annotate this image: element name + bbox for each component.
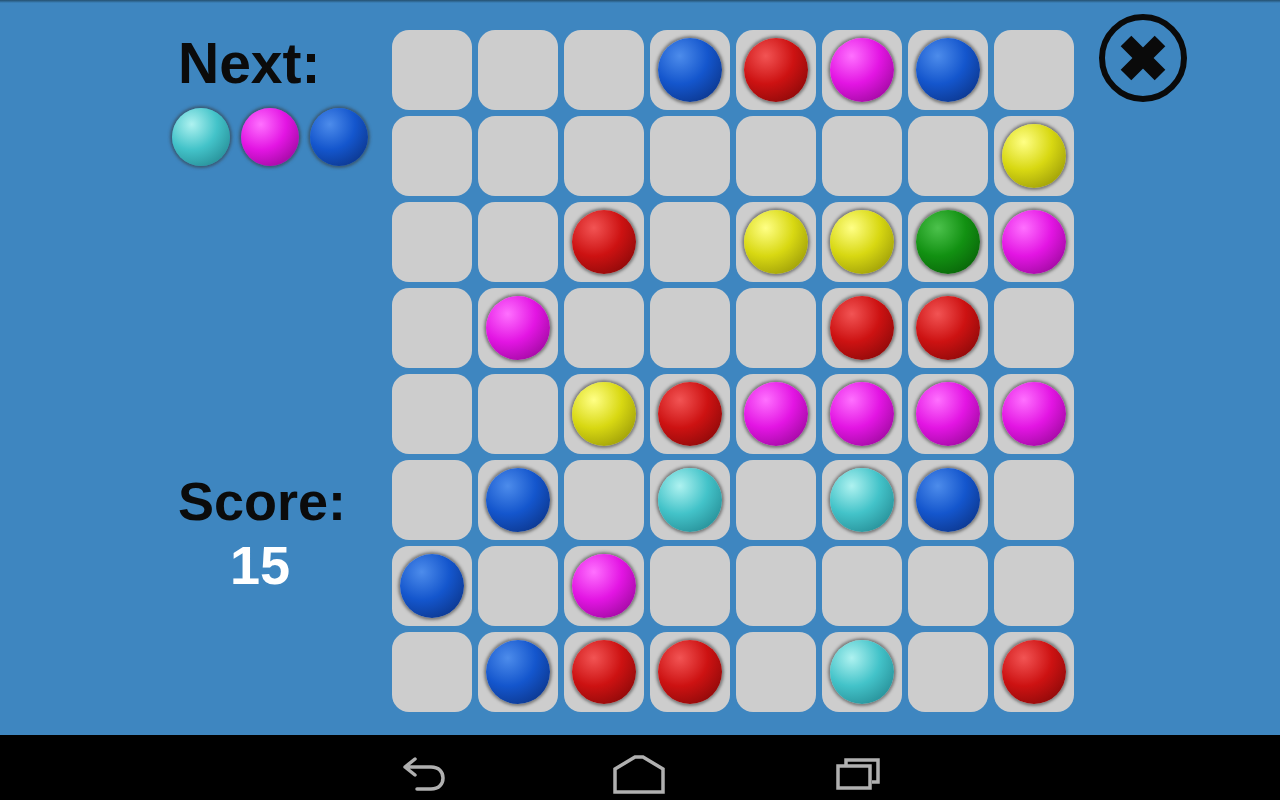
board-cell-r4c7[interactable] — [908, 288, 988, 368]
board-cell-r6c7[interactable] — [908, 460, 988, 540]
board-cell-r8c7[interactable] — [908, 632, 988, 712]
home-icon — [611, 753, 667, 795]
yellow-ball[interactable] — [744, 210, 808, 274]
board-cell-r8c1[interactable] — [392, 632, 472, 712]
board-cell-r1c6[interactable] — [822, 30, 902, 110]
board-cell-r3c8[interactable] — [994, 202, 1074, 282]
cyan-ball[interactable] — [658, 468, 722, 532]
next-magenta-ball — [241, 108, 299, 166]
red-ball[interactable] — [830, 296, 894, 360]
board-cell-r6c8[interactable] — [994, 460, 1074, 540]
board-cell-r3c4[interactable] — [650, 202, 730, 282]
game-board — [392, 30, 1074, 712]
cyan-ball[interactable] — [830, 468, 894, 532]
board-cell-r8c3[interactable] — [564, 632, 644, 712]
board-cell-r6c4[interactable] — [650, 460, 730, 540]
magenta-ball[interactable] — [1002, 210, 1066, 274]
board-cell-r3c2[interactable] — [478, 202, 558, 282]
blue-ball[interactable] — [400, 554, 464, 618]
magenta-ball[interactable] — [744, 382, 808, 446]
yellow-ball[interactable] — [572, 382, 636, 446]
lines-game-area: Next: Score: 15 — [0, 0, 1280, 735]
blue-ball[interactable] — [916, 38, 980, 102]
board-cell-r5c6[interactable] — [822, 374, 902, 454]
board-cell-r4c8[interactable] — [994, 288, 1074, 368]
magenta-ball[interactable] — [916, 382, 980, 446]
board-cell-r8c4[interactable] — [650, 632, 730, 712]
magenta-ball[interactable] — [486, 296, 550, 360]
board-cell-r2c5[interactable] — [736, 116, 816, 196]
board-cell-r5c1[interactable] — [392, 374, 472, 454]
yellow-ball[interactable] — [830, 210, 894, 274]
close-icon — [1097, 12, 1189, 104]
next-blue-ball — [310, 108, 368, 166]
board-cell-r5c5[interactable] — [736, 374, 816, 454]
blue-ball[interactable] — [658, 38, 722, 102]
red-ball[interactable] — [916, 296, 980, 360]
board-cell-r7c6[interactable] — [822, 546, 902, 626]
board-cell-r4c2[interactable] — [478, 288, 558, 368]
board-cell-r1c2[interactable] — [478, 30, 558, 110]
blue-ball[interactable] — [486, 640, 550, 704]
board-cell-r1c1[interactable] — [392, 30, 472, 110]
magenta-ball[interactable] — [1002, 382, 1066, 446]
board-cell-r2c2[interactable] — [478, 116, 558, 196]
board-cell-r4c3[interactable] — [564, 288, 644, 368]
board-cell-r4c6[interactable] — [822, 288, 902, 368]
score-value: 15 — [170, 534, 350, 596]
board-cell-r2c4[interactable] — [650, 116, 730, 196]
board-cell-r1c8[interactable] — [994, 30, 1074, 110]
board-cell-r5c2[interactable] — [478, 374, 558, 454]
red-ball[interactable] — [572, 640, 636, 704]
board-cell-r4c5[interactable] — [736, 288, 816, 368]
board-cell-r6c2[interactable] — [478, 460, 558, 540]
blue-ball[interactable] — [916, 468, 980, 532]
board-cell-r5c8[interactable] — [994, 374, 1074, 454]
board-cell-r3c7[interactable] — [908, 202, 988, 282]
next-label: Next: — [178, 30, 321, 96]
cyan-ball[interactable] — [830, 640, 894, 704]
yellow-ball[interactable] — [1002, 124, 1066, 188]
red-ball[interactable] — [1002, 640, 1066, 704]
red-ball[interactable] — [658, 640, 722, 704]
board-cell-r7c7[interactable] — [908, 546, 988, 626]
magenta-ball[interactable] — [572, 554, 636, 618]
board-cell-r2c1[interactable] — [392, 116, 472, 196]
close-button[interactable] — [1097, 12, 1189, 104]
board-cell-r6c3[interactable] — [564, 460, 644, 540]
magenta-ball[interactable] — [830, 38, 894, 102]
board-cell-r5c4[interactable] — [650, 374, 730, 454]
board-cell-r4c4[interactable] — [650, 288, 730, 368]
board-cell-r2c8[interactable] — [994, 116, 1074, 196]
board-cell-r1c5[interactable] — [736, 30, 816, 110]
board-cell-r7c1[interactable] — [392, 546, 472, 626]
board-cell-r8c8[interactable] — [994, 632, 1074, 712]
back-button[interactable] — [401, 757, 447, 797]
board-cell-r8c6[interactable] — [822, 632, 902, 712]
board-cell-r2c6[interactable] — [822, 116, 902, 196]
next-cyan-ball — [172, 108, 230, 166]
board-cell-r1c4[interactable] — [650, 30, 730, 110]
blue-ball[interactable] — [486, 468, 550, 532]
board-cell-r3c1[interactable] — [392, 202, 472, 282]
board-cell-r7c4[interactable] — [650, 546, 730, 626]
score-label: Score: — [178, 470, 346, 532]
next-balls-preview — [172, 108, 368, 166]
recents-button[interactable] — [833, 757, 881, 797]
game-screen: Next: Score: 15 — [0, 0, 1280, 800]
board-cell-r7c3[interactable] — [564, 546, 644, 626]
board-cell-r2c3[interactable] — [564, 116, 644, 196]
board-cell-r3c6[interactable] — [822, 202, 902, 282]
magenta-ball[interactable] — [830, 382, 894, 446]
board-cell-r1c3[interactable] — [564, 30, 644, 110]
red-ball[interactable] — [572, 210, 636, 274]
recents-icon — [833, 757, 881, 793]
board-cell-r6c6[interactable] — [822, 460, 902, 540]
board-cell-r8c2[interactable] — [478, 632, 558, 712]
screen-top-edge — [0, 0, 1280, 3]
board-cell-r6c1[interactable] — [392, 460, 472, 540]
back-icon — [401, 757, 447, 793]
board-cell-r5c7[interactable] — [908, 374, 988, 454]
board-cell-r7c8[interactable] — [994, 546, 1074, 626]
board-cell-r1c7[interactable] — [908, 30, 988, 110]
board-cell-r3c3[interactable] — [564, 202, 644, 282]
board-cell-r7c2[interactable] — [478, 546, 558, 626]
board-cell-r2c7[interactable] — [908, 116, 988, 196]
board-cell-r6c5[interactable] — [736, 460, 816, 540]
red-ball[interactable] — [658, 382, 722, 446]
board-cell-r8c5[interactable] — [736, 632, 816, 712]
board-cell-r5c3[interactable] — [564, 374, 644, 454]
board-cell-r4c1[interactable] — [392, 288, 472, 368]
board-cell-r3c5[interactable] — [736, 202, 816, 282]
board-cell-r7c5[interactable] — [736, 546, 816, 626]
home-button[interactable] — [611, 753, 667, 799]
red-ball[interactable] — [744, 38, 808, 102]
green-ball[interactable] — [916, 210, 980, 274]
